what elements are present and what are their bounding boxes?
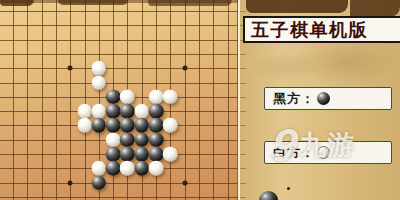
panel-lower-zone [238,85,400,200]
stone-white [106,132,121,147]
grid-vline [199,0,200,200]
stone-white [163,118,178,133]
grid-vline [185,0,186,200]
stone-white [77,118,92,133]
panel-edge-stub [240,68,246,69]
stone-white [134,104,149,119]
stone-white [92,104,107,119]
stone-black [106,161,121,176]
stone-black [134,161,149,176]
wood-mottle [293,38,398,86]
star-point [182,66,187,71]
top-band-blob [148,0,232,6]
stone-black [92,175,107,190]
app-screen: 五子棋单机版 黑方： 白方： 9 九游 [0,0,400,200]
app-title-strip: 五子棋单机版 [243,16,400,43]
top-band-blob [350,0,400,17]
stone-black [149,132,164,147]
stone-black [120,147,135,162]
grid-vline [56,0,57,200]
panel-edge-stub [240,83,246,84]
speck [287,187,290,190]
panel-edge-stub [240,11,246,12]
grid-vline [70,0,71,200]
grid-vline [42,0,43,200]
star-point [68,180,73,185]
goban-board[interactable] [0,0,238,200]
app-title: 五子棋单机版 [245,18,368,42]
grid-hline [0,183,238,184]
grid-hline [0,40,238,41]
stone-white [149,161,164,176]
stone-black [149,104,164,119]
grid-vline [13,0,14,200]
partial-black-stone-icon [259,191,278,200]
stone-black [134,118,149,133]
grid-hline [0,197,238,198]
stone-black [106,90,121,105]
stone-white [163,147,178,162]
star-point [68,66,73,71]
top-band-blob [0,0,34,6]
stone-black [134,147,149,162]
stone-white [92,161,107,176]
stone-white [92,75,107,90]
grid-vline [228,0,229,200]
grid-hline [0,68,238,69]
grid-vline [27,0,28,200]
top-band-blob [58,0,128,5]
side-panel: 五子棋单机版 黑方： 白方： 9 九游 [238,0,400,200]
grid-hline [0,83,238,84]
grid-hline [0,11,238,12]
grid-vline [85,0,86,200]
stone-black [92,118,107,133]
stone-black [106,147,121,162]
stone-white [92,61,107,76]
panel-edge-stub [240,54,246,55]
stone-white [77,104,92,119]
stone-black [134,132,149,147]
stone-black [120,118,135,133]
top-band-blob [246,0,348,13]
stone-white [120,90,135,105]
stone-black [120,132,135,147]
stone-black [106,118,121,133]
stone-white [149,90,164,105]
grid-hline [0,54,238,55]
grid-hline [0,25,238,26]
stone-black [149,147,164,162]
wood-mottle [250,52,320,82]
grid-vline [213,0,214,200]
stone-white [120,161,135,176]
stone-black [149,118,164,133]
stone-white [163,90,178,105]
star-point [182,180,187,185]
stone-black [106,104,121,119]
stone-black [120,104,135,119]
